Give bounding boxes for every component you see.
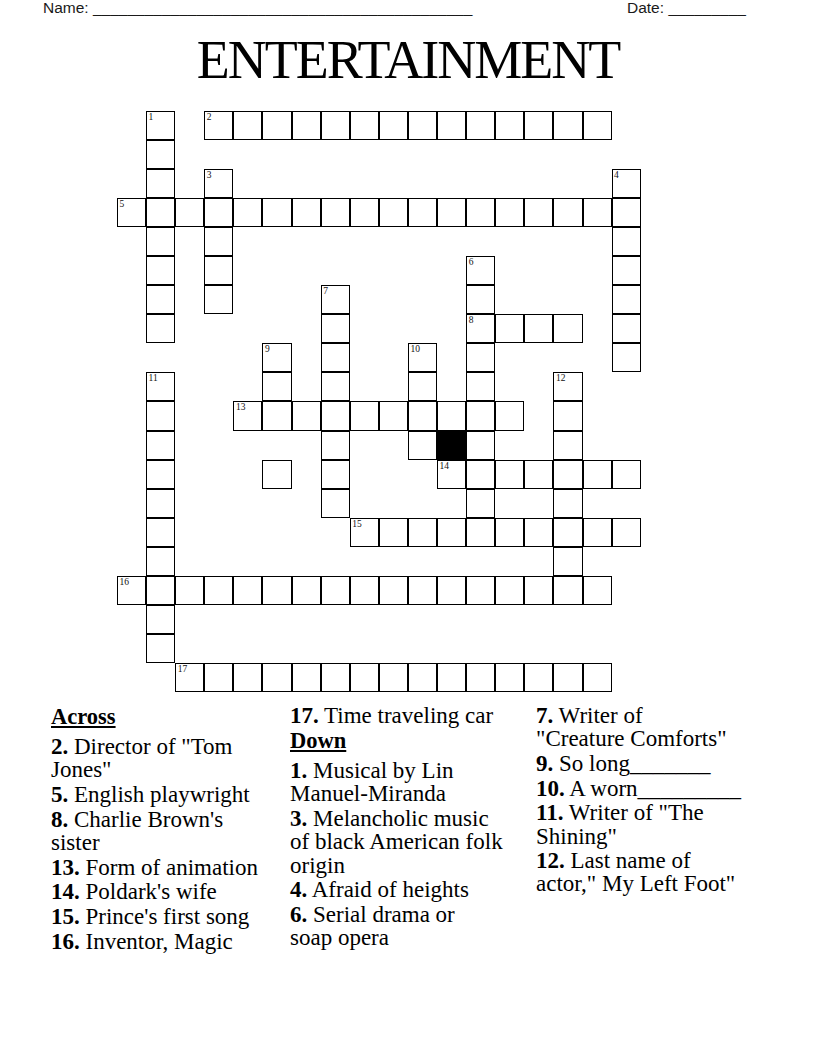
grid-void bbox=[379, 169, 408, 198]
grid-cell[interactable] bbox=[233, 198, 262, 227]
grid-cell[interactable] bbox=[495, 460, 524, 489]
grid-void bbox=[408, 140, 437, 169]
grid-cell[interactable] bbox=[321, 372, 350, 401]
grid-cell[interactable] bbox=[146, 314, 175, 343]
grid-cell[interactable] bbox=[379, 576, 408, 605]
grid-void bbox=[204, 605, 233, 634]
clue-number: 13. bbox=[51, 855, 80, 880]
grid-cell[interactable]: 8 bbox=[466, 314, 495, 343]
grid-cell[interactable] bbox=[495, 401, 524, 430]
grid-void bbox=[292, 431, 321, 460]
grid-cell[interactable] bbox=[350, 576, 379, 605]
clue-item: 8. Charlie Brown's sister bbox=[51, 808, 269, 854]
grid-void bbox=[117, 169, 146, 198]
grid-cell[interactable]: 4 bbox=[612, 169, 641, 198]
grid-void bbox=[495, 285, 524, 314]
clue-text: Time traveling car bbox=[324, 703, 493, 728]
grid-cell[interactable] bbox=[321, 314, 350, 343]
grid-cell[interactable] bbox=[321, 489, 350, 518]
cell-number: 17 bbox=[178, 664, 188, 674]
grid-cell[interactable] bbox=[583, 663, 612, 692]
grid-cell[interactable] bbox=[321, 460, 350, 489]
grid-void bbox=[466, 140, 495, 169]
grid-void bbox=[350, 343, 379, 372]
grid-cell[interactable] bbox=[204, 256, 233, 285]
grid-cell[interactable] bbox=[292, 198, 321, 227]
grid-void bbox=[437, 489, 466, 518]
grid-cell[interactable] bbox=[466, 460, 495, 489]
grid-void bbox=[292, 547, 321, 576]
grid-cell[interactable] bbox=[146, 547, 175, 576]
grid-void bbox=[292, 460, 321, 489]
grid-cell[interactable] bbox=[524, 460, 553, 489]
grid-cell[interactable] bbox=[146, 140, 175, 169]
grid-void bbox=[379, 227, 408, 256]
grid-cell[interactable] bbox=[553, 518, 582, 547]
clue-number: 11. bbox=[536, 800, 563, 825]
cell-number: 11 bbox=[149, 373, 158, 383]
grid-void bbox=[350, 256, 379, 285]
grid-cell[interactable] bbox=[379, 401, 408, 430]
clue-item: 5. English playwright bbox=[51, 783, 269, 806]
cell-number: 15 bbox=[352, 519, 362, 529]
grid-void bbox=[204, 140, 233, 169]
grid-cell[interactable] bbox=[583, 576, 612, 605]
grid-void bbox=[350, 314, 379, 343]
clue-text: Prince's first song bbox=[86, 904, 250, 929]
grid-cell[interactable] bbox=[292, 401, 321, 430]
grid-void bbox=[466, 547, 495, 576]
grid-cell[interactable]: 10 bbox=[408, 343, 437, 372]
grid-void bbox=[350, 169, 379, 198]
grid-cell[interactable] bbox=[233, 111, 262, 140]
grid-cell[interactable] bbox=[262, 401, 291, 430]
grid-void bbox=[408, 169, 437, 198]
grid-cell[interactable]: 11 bbox=[146, 372, 175, 401]
grid-void bbox=[408, 285, 437, 314]
grid-void bbox=[350, 285, 379, 314]
date-label: Date: bbox=[627, 0, 664, 16]
grid-void bbox=[524, 169, 553, 198]
grid-cell[interactable] bbox=[524, 111, 553, 140]
grid-cell[interactable] bbox=[408, 663, 437, 692]
grid-cell[interactable] bbox=[553, 111, 582, 140]
black-cell bbox=[437, 431, 466, 460]
clue-item: 11. Writer of "The Shining" bbox=[536, 801, 752, 847]
grid-void bbox=[204, 547, 233, 576]
grid-cell[interactable] bbox=[146, 169, 175, 198]
grid-void bbox=[583, 343, 612, 372]
grid-void bbox=[350, 460, 379, 489]
grid-cell[interactable] bbox=[262, 111, 291, 140]
grid-cell[interactable] bbox=[495, 518, 524, 547]
grid-void bbox=[204, 372, 233, 401]
grid-cell[interactable] bbox=[350, 111, 379, 140]
grid-cell[interactable] bbox=[583, 460, 612, 489]
clue-number: 6. bbox=[290, 902, 307, 927]
grid-void bbox=[204, 489, 233, 518]
clue-number: 1. bbox=[290, 758, 307, 783]
puzzle-title: ENTERTAINMENT bbox=[0, 33, 816, 87]
grid-void bbox=[437, 314, 466, 343]
grid-void bbox=[553, 140, 582, 169]
grid-cell[interactable] bbox=[321, 663, 350, 692]
grid-cell[interactable] bbox=[379, 663, 408, 692]
grid-cell[interactable] bbox=[583, 111, 612, 140]
grid-cell[interactable] bbox=[146, 460, 175, 489]
grid-cell[interactable] bbox=[204, 663, 233, 692]
clue-text: Last name of actor," My Left Foot" bbox=[536, 848, 735, 896]
grid-void bbox=[204, 314, 233, 343]
cell-number: 14 bbox=[440, 461, 450, 471]
grid-void bbox=[117, 111, 146, 140]
cell-number: 16 bbox=[120, 577, 130, 587]
grid-cell[interactable] bbox=[524, 576, 553, 605]
across-heading: Across bbox=[51, 705, 269, 729]
grid-cell[interactable] bbox=[466, 663, 495, 692]
grid-cell[interactable]: 1 bbox=[146, 111, 175, 140]
grid-cell[interactable]: 7 bbox=[321, 285, 350, 314]
grid-cell[interactable] bbox=[612, 343, 641, 372]
grid-cell[interactable] bbox=[321, 111, 350, 140]
name-blank-line[interactable]: ________________________________________… bbox=[93, 0, 472, 16]
grid-void bbox=[321, 169, 350, 198]
grid-void bbox=[175, 518, 204, 547]
grid-void bbox=[553, 256, 582, 285]
grid-cell[interactable] bbox=[612, 460, 641, 489]
grid-cell[interactable] bbox=[437, 663, 466, 692]
grid-void bbox=[495, 489, 524, 518]
grid-cell[interactable]: 16 bbox=[117, 576, 146, 605]
cell-number: 6 bbox=[469, 257, 474, 267]
grid-void bbox=[612, 547, 641, 576]
grid-cell[interactable] bbox=[553, 401, 582, 430]
grid-void bbox=[495, 372, 524, 401]
clue-number: 9. bbox=[536, 751, 553, 776]
grid-void bbox=[524, 256, 553, 285]
grid-void bbox=[379, 314, 408, 343]
grid-cell[interactable]: 13 bbox=[233, 401, 262, 430]
grid-void bbox=[379, 285, 408, 314]
grid-cell[interactable] bbox=[466, 576, 495, 605]
grid-cell[interactable] bbox=[146, 285, 175, 314]
grid-cell[interactable] bbox=[292, 576, 321, 605]
grid-void bbox=[292, 634, 321, 663]
grid-void bbox=[292, 489, 321, 518]
grid-cell[interactable] bbox=[466, 111, 495, 140]
grid-cell[interactable] bbox=[583, 518, 612, 547]
grid-cell[interactable] bbox=[204, 198, 233, 227]
grid-void bbox=[408, 547, 437, 576]
grid-cell[interactable] bbox=[175, 576, 204, 605]
clue-text: Writer of "Creature Comforts" bbox=[536, 703, 727, 751]
grid-void bbox=[379, 256, 408, 285]
grid-cell[interactable] bbox=[321, 401, 350, 430]
grid-void bbox=[437, 372, 466, 401]
grid-cell[interactable]: 12 bbox=[553, 372, 582, 401]
grid-cell[interactable] bbox=[495, 198, 524, 227]
grid-cell[interactable] bbox=[437, 111, 466, 140]
grid-cell[interactable] bbox=[466, 518, 495, 547]
grid-cell[interactable] bbox=[146, 401, 175, 430]
grid-cell[interactable] bbox=[146, 431, 175, 460]
grid-cell[interactable] bbox=[146, 489, 175, 518]
grid-cell[interactable]: 9 bbox=[262, 343, 291, 372]
clue-item: 6. Serial drama or soap opera bbox=[290, 903, 512, 949]
grid-cell[interactable] bbox=[524, 314, 553, 343]
grid-void bbox=[379, 343, 408, 372]
cell-number: 4 bbox=[614, 170, 619, 180]
grid-void bbox=[495, 634, 524, 663]
grid-cell[interactable] bbox=[321, 343, 350, 372]
grid-void bbox=[175, 489, 204, 518]
grid-void bbox=[583, 314, 612, 343]
grid-cell[interactable] bbox=[233, 663, 262, 692]
grid-cell[interactable] bbox=[466, 372, 495, 401]
grid-void bbox=[117, 227, 146, 256]
grid-cell[interactable] bbox=[524, 198, 553, 227]
grid-void bbox=[175, 140, 204, 169]
grid-void bbox=[466, 634, 495, 663]
grid-void bbox=[262, 605, 291, 634]
grid-cell[interactable] bbox=[553, 431, 582, 460]
grid-void bbox=[262, 431, 291, 460]
grid-void bbox=[612, 111, 641, 140]
grid-cell[interactable]: 15 bbox=[350, 518, 379, 547]
grid-void bbox=[583, 634, 612, 663]
grid-cell[interactable] bbox=[495, 314, 524, 343]
grid-cell[interactable] bbox=[553, 198, 582, 227]
grid-cell[interactable] bbox=[437, 401, 466, 430]
grid-void bbox=[437, 227, 466, 256]
grid-cell[interactable]: 5 bbox=[117, 198, 146, 227]
clue-text: Musical by Lin Manuel-Miranda bbox=[290, 758, 454, 806]
grid-cell[interactable] bbox=[350, 401, 379, 430]
grid-cell[interactable] bbox=[437, 198, 466, 227]
grid-void bbox=[117, 547, 146, 576]
grid-cell[interactable] bbox=[495, 663, 524, 692]
grid-void bbox=[233, 372, 262, 401]
grid-cell[interactable] bbox=[233, 576, 262, 605]
grid-cell[interactable] bbox=[466, 489, 495, 518]
grid-cell[interactable] bbox=[146, 518, 175, 547]
grid-cell[interactable] bbox=[437, 518, 466, 547]
grid-cell[interactable]: 3 bbox=[204, 169, 233, 198]
grid-cell[interactable] bbox=[612, 256, 641, 285]
clue-text: Melancholic music of black American folk… bbox=[290, 806, 503, 877]
grid-void bbox=[175, 634, 204, 663]
clue-item: 16. Inventor, Magic bbox=[51, 930, 269, 953]
clue-number: 10. bbox=[536, 776, 565, 801]
grid-cell[interactable] bbox=[553, 663, 582, 692]
cell-number: 8 bbox=[469, 315, 474, 325]
grid-cell[interactable] bbox=[466, 285, 495, 314]
grid-cell[interactable] bbox=[262, 576, 291, 605]
grid-cell[interactable] bbox=[408, 111, 437, 140]
grid-void bbox=[612, 372, 641, 401]
grid-cell[interactable] bbox=[466, 198, 495, 227]
grid-cell[interactable] bbox=[408, 372, 437, 401]
grid-void bbox=[233, 547, 262, 576]
grid-void bbox=[175, 605, 204, 634]
grid-void bbox=[437, 547, 466, 576]
grid-void bbox=[175, 372, 204, 401]
grid-cell[interactable] bbox=[321, 576, 350, 605]
grid-void bbox=[233, 518, 262, 547]
grid-cell[interactable] bbox=[612, 198, 641, 227]
cell-number: 10 bbox=[410, 344, 420, 354]
grid-cell[interactable] bbox=[495, 111, 524, 140]
grid-cell[interactable] bbox=[466, 343, 495, 372]
grid-void bbox=[612, 401, 641, 430]
grid-void bbox=[408, 634, 437, 663]
grid-void bbox=[466, 227, 495, 256]
grid-void bbox=[408, 489, 437, 518]
grid-cell[interactable] bbox=[350, 663, 379, 692]
grid-void bbox=[583, 169, 612, 198]
grid-cell[interactable] bbox=[553, 489, 582, 518]
grid-cell[interactable] bbox=[204, 576, 233, 605]
grid-void bbox=[408, 605, 437, 634]
grid-cell[interactable] bbox=[612, 227, 641, 256]
grid-void bbox=[117, 460, 146, 489]
grid-cell[interactable] bbox=[146, 605, 175, 634]
grid-void bbox=[146, 343, 175, 372]
grid-cell[interactable] bbox=[553, 314, 582, 343]
grid-void bbox=[292, 285, 321, 314]
grid-cell[interactable] bbox=[524, 518, 553, 547]
grid-void bbox=[204, 401, 233, 430]
clue-item: 4. Afraid of heights bbox=[290, 878, 512, 901]
grid-void bbox=[117, 663, 146, 692]
grid-void bbox=[292, 140, 321, 169]
clue-text: Serial drama or soap opera bbox=[290, 902, 455, 950]
grid-cell[interactable] bbox=[292, 111, 321, 140]
date-blank-line[interactable]: _________ bbox=[668, 0, 746, 16]
grid-void bbox=[175, 169, 204, 198]
grid-void bbox=[117, 634, 146, 663]
grid-cell[interactable] bbox=[379, 198, 408, 227]
grid-cell[interactable] bbox=[524, 663, 553, 692]
grid-void bbox=[117, 372, 146, 401]
grid-void bbox=[379, 489, 408, 518]
grid-void bbox=[350, 547, 379, 576]
cell-number: 13 bbox=[236, 402, 246, 412]
grid-cell[interactable] bbox=[553, 547, 582, 576]
grid-cell[interactable] bbox=[321, 198, 350, 227]
grid-cell[interactable] bbox=[175, 198, 204, 227]
grid-cell[interactable] bbox=[146, 634, 175, 663]
clue-item: 7. Writer of "Creature Comforts" bbox=[536, 704, 752, 750]
grid-cell[interactable] bbox=[146, 227, 175, 256]
grid-cell[interactable] bbox=[292, 663, 321, 692]
grid-void bbox=[262, 169, 291, 198]
grid-cell[interactable] bbox=[437, 576, 466, 605]
grid-cell[interactable]: 6 bbox=[466, 256, 495, 285]
grid-cell[interactable] bbox=[612, 314, 641, 343]
grid-void bbox=[350, 372, 379, 401]
grid-cell[interactable] bbox=[204, 227, 233, 256]
grid-cell[interactable] bbox=[408, 576, 437, 605]
grid-cell[interactable] bbox=[408, 431, 437, 460]
grid-cell[interactable] bbox=[583, 198, 612, 227]
grid-void bbox=[379, 140, 408, 169]
grid-void bbox=[583, 256, 612, 285]
grid-cell[interactable]: 14 bbox=[437, 460, 466, 489]
grid-cell[interactable] bbox=[262, 460, 291, 489]
grid-cell[interactable] bbox=[466, 401, 495, 430]
grid-void bbox=[524, 227, 553, 256]
crossword-grid: 1234567891011121314151617 bbox=[117, 111, 641, 692]
clue-text: Director of "Tom Jones" bbox=[51, 734, 233, 782]
grid-cell[interactable] bbox=[379, 518, 408, 547]
grid-cell[interactable] bbox=[553, 460, 582, 489]
grid-cell[interactable] bbox=[146, 256, 175, 285]
grid-cell[interactable] bbox=[262, 198, 291, 227]
grid-void bbox=[321, 256, 350, 285]
grid-void bbox=[117, 343, 146, 372]
grid-void bbox=[292, 314, 321, 343]
grid-void bbox=[437, 634, 466, 663]
grid-void bbox=[553, 285, 582, 314]
grid-void bbox=[408, 256, 437, 285]
grid-void bbox=[495, 227, 524, 256]
grid-cell[interactable] bbox=[408, 401, 437, 430]
grid-void bbox=[495, 343, 524, 372]
grid-void bbox=[292, 169, 321, 198]
grid-void bbox=[553, 343, 582, 372]
grid-cell[interactable] bbox=[379, 111, 408, 140]
clue-number: 14. bbox=[51, 879, 80, 904]
clue-item: 13. Form of animation bbox=[51, 856, 269, 879]
grid-void bbox=[262, 489, 291, 518]
grid-void bbox=[233, 256, 262, 285]
cell-number: 7 bbox=[323, 286, 328, 296]
grid-void bbox=[117, 256, 146, 285]
grid-void bbox=[292, 518, 321, 547]
cell-number: 2 bbox=[207, 112, 212, 122]
grid-cell[interactable] bbox=[408, 518, 437, 547]
grid-cell[interactable] bbox=[350, 198, 379, 227]
grid-cell[interactable] bbox=[262, 372, 291, 401]
grid-cell[interactable] bbox=[321, 431, 350, 460]
grid-void bbox=[350, 140, 379, 169]
grid-void bbox=[466, 605, 495, 634]
grid-cell[interactable] bbox=[495, 576, 524, 605]
name-field: Name: __________________________________… bbox=[43, 0, 472, 18]
grid-cell[interactable] bbox=[408, 198, 437, 227]
grid-void bbox=[292, 256, 321, 285]
grid-void bbox=[233, 431, 262, 460]
clue-text: So long_______ bbox=[559, 751, 710, 776]
grid-cell[interactable]: 17 bbox=[175, 663, 204, 692]
grid-void bbox=[524, 431, 553, 460]
grid-cell[interactable] bbox=[204, 285, 233, 314]
grid-void bbox=[437, 285, 466, 314]
grid-void bbox=[524, 343, 553, 372]
grid-cell[interactable] bbox=[262, 663, 291, 692]
grid-void bbox=[262, 227, 291, 256]
grid-cell[interactable] bbox=[466, 431, 495, 460]
grid-cell[interactable]: 2 bbox=[204, 111, 233, 140]
grid-void bbox=[583, 285, 612, 314]
grid-void bbox=[612, 431, 641, 460]
grid-cell[interactable] bbox=[612, 285, 641, 314]
grid-cell[interactable] bbox=[146, 198, 175, 227]
grid-cell[interactable] bbox=[146, 576, 175, 605]
grid-cell[interactable] bbox=[553, 576, 582, 605]
grid-cell[interactable] bbox=[612, 518, 641, 547]
